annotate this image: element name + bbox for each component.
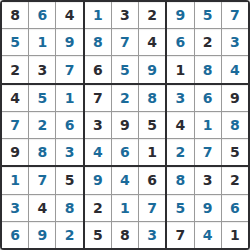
cell-r7c1[interactable]: 1 [2,167,28,193]
cell-r5c6[interactable]: 5 [139,112,165,138]
cell-r1c6[interactable]: 2 [139,2,165,28]
cell-r2c2[interactable]: 1 [29,29,55,55]
cell-r2c9[interactable]: 3 [222,29,248,55]
cell-r6c8[interactable]: 7 [195,139,221,165]
cell-r7c5[interactable]: 4 [112,167,138,193]
cell-r6c9[interactable]: 5 [222,139,248,165]
cell-r5c1[interactable]: 7 [2,112,28,138]
cell-r2c1[interactable]: 5 [2,29,28,55]
cell-r9c8[interactable]: 4 [195,222,221,248]
cell-r8c2[interactable]: 4 [29,195,55,221]
cell-r7c9[interactable]: 2 [222,167,248,193]
cell-r6c2[interactable]: 8 [29,139,55,165]
cell-r5c2[interactable]: 2 [29,112,55,138]
cell-r8c3[interactable]: 8 [56,195,82,221]
cell-r7c6[interactable]: 6 [139,167,165,193]
cell-r2c3[interactable]: 9 [56,29,82,55]
box-5: 728395461 [85,85,166,166]
cell-r9c5[interactable]: 8 [112,222,138,248]
cell-r5c3[interactable]: 6 [56,112,82,138]
cell-r4c4[interactable]: 7 [85,85,111,111]
cell-r6c7[interactable]: 2 [167,139,193,165]
cell-r9c9[interactable]: 1 [222,222,248,248]
cell-r7c3[interactable]: 5 [56,167,82,193]
box-6: 369418275 [167,85,248,166]
cell-r9c6[interactable]: 3 [139,222,165,248]
cell-r2c6[interactable]: 4 [139,29,165,55]
cell-r3c4[interactable]: 6 [85,56,111,82]
cell-r6c4[interactable]: 4 [85,139,111,165]
cell-r1c8[interactable]: 5 [195,2,221,28]
cell-r6c5[interactable]: 6 [112,139,138,165]
cell-r4c1[interactable]: 4 [2,85,28,111]
cell-r4c9[interactable]: 9 [222,85,248,111]
cell-r8c1[interactable]: 3 [2,195,28,221]
box-2: 132874659 [85,2,166,83]
cell-r3c9[interactable]: 4 [222,56,248,82]
cell-r5c4[interactable]: 3 [85,112,111,138]
cell-r3c8[interactable]: 8 [195,56,221,82]
cell-r4c3[interactable]: 1 [56,85,82,111]
cell-r7c2[interactable]: 7 [29,167,55,193]
cell-r3c2[interactable]: 3 [29,56,55,82]
cell-r7c4[interactable]: 9 [85,167,111,193]
cell-r4c6[interactable]: 8 [139,85,165,111]
box-3: 957623184 [167,2,248,83]
sudoku-board: 8645192371328746599576231844517269837283… [0,0,250,250]
cell-r8c6[interactable]: 7 [139,195,165,221]
cell-r6c1[interactable]: 9 [2,139,28,165]
cell-r2c4[interactable]: 8 [85,29,111,55]
cell-r9c2[interactable]: 9 [29,222,55,248]
cell-r3c5[interactable]: 5 [112,56,138,82]
cell-r1c4[interactable]: 1 [85,2,111,28]
cell-r9c3[interactable]: 2 [56,222,82,248]
cell-r5c8[interactable]: 1 [195,112,221,138]
cell-r1c3[interactable]: 4 [56,2,82,28]
cell-r1c9[interactable]: 7 [222,2,248,28]
cell-r3c6[interactable]: 9 [139,56,165,82]
cell-r5c5[interactable]: 9 [112,112,138,138]
cell-r4c7[interactable]: 3 [167,85,193,111]
cell-r8c8[interactable]: 9 [195,195,221,221]
box-8: 946217583 [85,167,166,248]
cell-r6c6[interactable]: 1 [139,139,165,165]
box-7: 175348692 [2,167,83,248]
box-4: 451726983 [2,85,83,166]
cell-r7c7[interactable]: 8 [167,167,193,193]
cell-r9c7[interactable]: 7 [167,222,193,248]
cell-r1c1[interactable]: 8 [2,2,28,28]
cell-r8c5[interactable]: 1 [112,195,138,221]
cell-r4c5[interactable]: 2 [112,85,138,111]
cell-r1c7[interactable]: 9 [167,2,193,28]
cell-r8c4[interactable]: 2 [85,195,111,221]
cell-r1c5[interactable]: 3 [112,2,138,28]
cell-r5c7[interactable]: 4 [167,112,193,138]
box-9: 832596741 [167,167,248,248]
box-1: 864519237 [2,2,83,83]
cell-r4c8[interactable]: 6 [195,85,221,111]
cell-r2c5[interactable]: 7 [112,29,138,55]
cell-r1c2[interactable]: 6 [29,2,55,28]
cell-r6c3[interactable]: 3 [56,139,82,165]
cell-r5c9[interactable]: 8 [222,112,248,138]
cell-r7c8[interactable]: 3 [195,167,221,193]
cell-r3c3[interactable]: 7 [56,56,82,82]
cell-r8c7[interactable]: 5 [167,195,193,221]
cell-r3c1[interactable]: 2 [2,56,28,82]
cell-r9c4[interactable]: 5 [85,222,111,248]
cell-r8c9[interactable]: 6 [222,195,248,221]
cell-r2c8[interactable]: 2 [195,29,221,55]
cell-r4c2[interactable]: 5 [29,85,55,111]
cell-r9c1[interactable]: 6 [2,222,28,248]
cell-r2c7[interactable]: 6 [167,29,193,55]
cell-r3c7[interactable]: 1 [167,56,193,82]
